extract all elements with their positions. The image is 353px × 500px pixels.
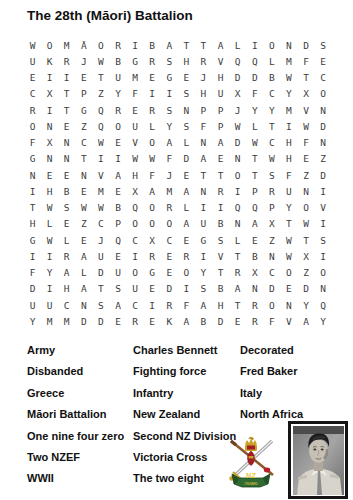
- word-list-item: One nine four zero: [27, 426, 124, 447]
- grid-cell-r2c18: E: [315, 53, 332, 69]
- grid-cell-r5c1: R: [24, 102, 41, 118]
- grid-cell-r18c1: Y: [24, 313, 41, 329]
- grid-cell-r7c17: F: [298, 135, 315, 151]
- grid-cell-r14c17: X: [298, 248, 315, 264]
- grid-cell-r10c18: I: [315, 183, 332, 199]
- grid-cell-r10c5: M: [92, 183, 109, 199]
- grid-cell-r6c14: L: [246, 118, 263, 134]
- grid-cell-r12c10: A: [178, 216, 195, 232]
- grid-cell-r15c15: C: [263, 265, 280, 281]
- crest-nz-label: NZ: [246, 471, 256, 480]
- grid-cell-r2c3: R: [58, 53, 75, 69]
- grid-cell-r13c13: L: [229, 232, 246, 248]
- grid-cell-r7c11: N: [195, 135, 212, 151]
- grid-cell-r16c16: E: [280, 281, 297, 297]
- grid-cell-r7c8: O: [144, 135, 161, 151]
- grid-cell-r3c6: U: [109, 70, 126, 86]
- grid-cell-r15c6: U: [109, 265, 126, 281]
- word-list-item: Second NZ Division: [133, 426, 236, 447]
- grid-cell-r11c6: B: [109, 200, 126, 216]
- grid-cell-r14c6: E: [109, 248, 126, 264]
- grid-cell-r14c2: I: [41, 248, 58, 264]
- grid-cell-r12c6: P: [109, 216, 126, 232]
- grid-cell-r4c7: F: [127, 86, 144, 102]
- grid-cell-r3c2: I: [41, 70, 58, 86]
- grid-cell-r8c13: N: [229, 151, 246, 167]
- grid-cell-r8c12: E: [212, 151, 229, 167]
- grid-cell-r12c1: H: [24, 216, 41, 232]
- grid-cell-r17c7: C: [127, 297, 144, 313]
- grid-cell-r4c11: H: [195, 86, 212, 102]
- grid-cell-r6c13: W: [229, 118, 246, 134]
- grid-cell-r11c9: R: [161, 200, 178, 216]
- grid-cell-r10c4: E: [75, 183, 92, 199]
- grid-cell-r6c4: Z: [75, 118, 92, 134]
- word-list-item: Army: [27, 340, 124, 361]
- word-list-item: Fred Baker: [240, 361, 303, 382]
- grid-cell-r10c13: I: [229, 183, 246, 199]
- grid-cell-r9c16: F: [280, 167, 297, 183]
- grid-cell-r1c14: I: [246, 37, 263, 53]
- grid-cell-r18c8: E: [144, 313, 161, 329]
- grid-cell-r14c15: N: [263, 248, 280, 264]
- grid-cell-r15c2: Y: [41, 265, 58, 281]
- grid-cell-r7c6: E: [109, 135, 126, 151]
- grid-cell-r3c12: H: [212, 70, 229, 86]
- grid-cell-r2c2: K: [41, 53, 58, 69]
- grid-cell-r3c5: T: [92, 70, 109, 86]
- grid-cell-r17c12: H: [212, 297, 229, 313]
- grid-cell-r13c16: W: [280, 232, 297, 248]
- grid-cell-r18c9: K: [161, 313, 178, 329]
- grid-cell-r9c18: D: [315, 167, 332, 183]
- grid-cell-r2c10: H: [178, 53, 195, 69]
- grid-cell-r13c14: E: [246, 232, 263, 248]
- grid-cell-r17c1: U: [24, 297, 41, 313]
- grid-cell-r2c12: V: [212, 53, 229, 69]
- grid-cell-r9c8: F: [144, 167, 161, 183]
- grid-cell-r6c3: E: [58, 118, 75, 134]
- grid-cell-r17c4: N: [75, 297, 92, 313]
- grid-cell-r9c7: H: [127, 167, 144, 183]
- grid-cell-r11c13: Q: [229, 200, 246, 216]
- grid-cell-r15c9: E: [161, 265, 178, 281]
- grid-cell-r15c11: Y: [195, 265, 212, 281]
- grid-cell-r17c10: F: [178, 297, 195, 313]
- grid-cell-r12c16: T: [280, 216, 297, 232]
- grid-cell-r14c10: R: [178, 248, 195, 264]
- grid-cell-r8c11: A: [195, 151, 212, 167]
- grid-cell-r16c6: S: [109, 281, 126, 297]
- word-list-item: Decorated: [240, 340, 303, 361]
- grid-cell-r11c11: I: [195, 200, 212, 216]
- grid-cell-r9c14: T: [246, 167, 263, 183]
- grid-cell-r17c5: S: [92, 297, 109, 313]
- grid-cell-r7c7: V: [127, 135, 144, 151]
- grid-cell-r15c3: A: [58, 265, 75, 281]
- grid-cell-r17c11: A: [195, 297, 212, 313]
- grid-cell-r3c17: T: [298, 70, 315, 86]
- grid-cell-r16c4: A: [75, 281, 92, 297]
- grid-cell-r4c3: T: [58, 86, 75, 102]
- grid-cell-r14c14: B: [246, 248, 263, 264]
- word-list-item: WWII: [27, 468, 124, 489]
- grid-cell-r7c5: W: [92, 135, 109, 151]
- grid-cell-r14c1: I: [24, 248, 41, 264]
- grid-cell-r4c8: I: [144, 86, 161, 102]
- grid-cell-r12c2: L: [41, 216, 58, 232]
- word-list-item: Disbanded: [27, 361, 124, 382]
- grid-cell-r3c15: B: [263, 70, 280, 86]
- grid-cell-r15c5: D: [92, 265, 109, 281]
- grid-cell-r2c17: F: [298, 53, 315, 69]
- grid-cell-r5c3: T: [58, 102, 75, 118]
- grid-cell-r8c10: D: [178, 151, 195, 167]
- grid-cell-r7c16: H: [280, 135, 297, 151]
- grid-cell-r16c2: I: [41, 281, 58, 297]
- grid-cell-r15c8: G: [144, 265, 161, 281]
- grid-cell-r5c2: I: [41, 102, 58, 118]
- grid-cell-r5c9: S: [161, 102, 178, 118]
- grid-cell-r17c18: Q: [315, 297, 332, 313]
- soldier-portrait-graphic: [293, 426, 344, 495]
- grid-cell-r9c10: E: [178, 167, 195, 183]
- grid-cell-r8c4: T: [75, 151, 92, 167]
- grid-cell-r8c9: F: [161, 151, 178, 167]
- grid-cell-r9c2: E: [41, 167, 58, 183]
- grid-cell-r4c5: Z: [92, 86, 109, 102]
- grid-cell-r11c10: L: [178, 200, 195, 216]
- grid-cell-r1c18: S: [315, 37, 332, 53]
- grid-cell-r9c15: S: [263, 167, 280, 183]
- grid-cell-r2c5: W: [92, 53, 109, 69]
- grid-cell-r16c15: D: [263, 281, 280, 297]
- nz-army-crest-graphic: NZ ONWARD: [224, 432, 278, 492]
- grid-cell-r5c12: P: [212, 102, 229, 118]
- grid-cell-r3c9: G: [161, 70, 178, 86]
- soldier-portrait-photo: [288, 421, 348, 499]
- word-list-item: Māori Battalion: [27, 404, 124, 425]
- grid-cell-r17c9: R: [161, 297, 178, 313]
- grid-cell-r18c6: E: [109, 313, 126, 329]
- grid-cell-r1c8: B: [144, 37, 161, 53]
- grid-cell-r16c17: D: [298, 281, 315, 297]
- grid-cell-r14c9: E: [161, 248, 178, 264]
- grid-cell-r1c12: A: [212, 37, 229, 53]
- grid-cell-r4c17: X: [298, 86, 315, 102]
- grid-cell-r10c9: M: [161, 183, 178, 199]
- word-search-grid: WOMĀORIBATTALIONDSUKRJWBGRSHRVQQLMFEEIIE…: [24, 37, 332, 330]
- grid-cell-r17c16: N: [280, 297, 297, 313]
- grid-cell-r14c13: T: [229, 248, 246, 264]
- grid-cell-r8c2: N: [41, 151, 58, 167]
- grid-cell-r1c2: O: [41, 37, 58, 53]
- grid-cell-r4c13: X: [229, 86, 246, 102]
- grid-cell-r6c8: L: [144, 118, 161, 134]
- grid-cell-r9c17: Z: [298, 167, 315, 183]
- grid-cell-r18c2: M: [41, 313, 58, 329]
- grid-cell-r5c13: J: [229, 102, 246, 118]
- grid-cell-r13c4: E: [75, 232, 92, 248]
- grid-cell-r8c7: W: [127, 151, 144, 167]
- grid-cell-r11c5: W: [92, 200, 109, 216]
- grid-cell-r6c6: O: [109, 118, 126, 134]
- grid-cell-r4c10: S: [178, 86, 195, 102]
- grid-cell-r5c8: R: [144, 102, 161, 118]
- grid-cell-r7c15: C: [263, 135, 280, 151]
- grid-cell-r6c2: N: [41, 118, 58, 134]
- grid-cell-r2c1: U: [24, 53, 41, 69]
- word-list-item: Fighting force: [133, 361, 236, 382]
- grid-cell-r6c17: W: [298, 118, 315, 134]
- grid-cell-r18c15: F: [263, 313, 280, 329]
- nz-army-crest-icon: NZ ONWARD: [224, 432, 278, 492]
- grid-cell-r11c18: V: [315, 200, 332, 216]
- grid-cell-r5c11: P: [195, 102, 212, 118]
- grid-cell-r18c17: A: [298, 313, 315, 329]
- grid-cell-r7c18: N: [315, 135, 332, 151]
- grid-cell-r16c14: N: [246, 281, 263, 297]
- grid-cell-r14c5: U: [92, 248, 109, 264]
- grid-cell-r9c5: V: [92, 167, 109, 183]
- grid-cell-r12c4: Z: [75, 216, 92, 232]
- word-list-item: Victoria Cross: [133, 447, 236, 468]
- grid-cell-r11c1: T: [24, 200, 41, 216]
- grid-cell-r12c5: C: [92, 216, 109, 232]
- grid-cell-r11c17: O: [298, 200, 315, 216]
- grid-cell-r11c4: W: [75, 200, 92, 216]
- grid-cell-r17c2: U: [41, 297, 58, 313]
- grid-cell-r2c14: Q: [246, 53, 263, 69]
- grid-cell-r16c9: D: [161, 281, 178, 297]
- grid-cell-r6c15: T: [263, 118, 280, 134]
- grid-cell-r16c3: H: [58, 281, 75, 297]
- grid-cell-r1c7: I: [127, 37, 144, 53]
- grid-cell-r18c16: V: [280, 313, 297, 329]
- grid-cell-r13c5: J: [92, 232, 109, 248]
- grid-cell-r4c1: C: [24, 86, 41, 102]
- grid-cell-r10c12: R: [212, 183, 229, 199]
- grid-cell-r9c6: A: [109, 167, 126, 183]
- grid-cell-r4c15: C: [263, 86, 280, 102]
- grid-cell-r14c4: A: [75, 248, 92, 264]
- grid-cell-r3c8: E: [144, 70, 161, 86]
- word-list-item: Infantry: [133, 383, 236, 404]
- grid-cell-r13c12: S: [212, 232, 229, 248]
- grid-cell-r12c15: X: [263, 216, 280, 232]
- grid-cell-r17c6: A: [109, 297, 126, 313]
- grid-cell-r18c13: E: [229, 313, 246, 329]
- grid-cell-r11c15: P: [263, 200, 280, 216]
- grid-cell-r4c12: U: [212, 86, 229, 102]
- grid-cell-r13c17: T: [298, 232, 315, 248]
- grid-cell-r13c9: C: [161, 232, 178, 248]
- grid-cell-r1c4: Ā: [75, 37, 92, 53]
- grid-cell-r1c11: T: [195, 37, 212, 53]
- word-list-column-3: DecoratedFred BakerItalyNorth Africa: [240, 340, 303, 426]
- grid-cell-r7c4: C: [75, 135, 92, 151]
- grid-cell-r13c11: G: [195, 232, 212, 248]
- grid-cell-r1c10: T: [178, 37, 195, 53]
- grid-cell-r3c18: C: [315, 70, 332, 86]
- grid-cell-r1c17: D: [298, 37, 315, 53]
- grid-cell-r7c1: F: [24, 135, 41, 151]
- grid-cell-r10c3: B: [58, 183, 75, 199]
- grid-cell-r12c3: E: [58, 216, 75, 232]
- grid-cell-r4c14: F: [246, 86, 263, 102]
- grid-cell-r4c6: Y: [109, 86, 126, 102]
- grid-cell-r16c10: I: [178, 281, 195, 297]
- grid-cell-r17c15: O: [263, 297, 280, 313]
- grid-cell-r7c12: A: [212, 135, 229, 151]
- grid-cell-r1c6: R: [109, 37, 126, 53]
- grid-cell-r11c3: S: [58, 200, 75, 216]
- grid-cell-r6c11: F: [195, 118, 212, 134]
- grid-cell-r13c15: Z: [263, 232, 280, 248]
- grid-cell-r15c16: O: [280, 265, 297, 281]
- grid-cell-r8c18: Z: [315, 151, 332, 167]
- grid-cell-r12c9: O: [161, 216, 178, 232]
- grid-cell-r11c8: O: [144, 200, 161, 216]
- grid-cell-r9c1: N: [24, 167, 41, 183]
- grid-cell-r9c12: T: [212, 167, 229, 183]
- grid-cell-r14c7: I: [127, 248, 144, 264]
- grid-cell-r5c5: Q: [92, 102, 109, 118]
- grid-cell-r2c4: J: [75, 53, 92, 69]
- grid-cell-r11c14: Q: [246, 200, 263, 216]
- grid-cell-r8c8: W: [144, 151, 161, 167]
- grid-cell-r12c11: U: [195, 216, 212, 232]
- grid-cell-r12c13: N: [229, 216, 246, 232]
- grid-cell-r8c6: I: [109, 151, 126, 167]
- grid-cell-r18c7: R: [127, 313, 144, 329]
- grid-cell-r6c10: S: [178, 118, 195, 134]
- grid-cell-r15c10: O: [178, 265, 195, 281]
- grid-cell-r16c5: T: [92, 281, 109, 297]
- grid-cell-r15c1: F: [24, 265, 41, 281]
- grid-cell-r12c12: B: [212, 216, 229, 232]
- grid-cell-r13c3: L: [58, 232, 75, 248]
- grid-cell-r1c5: O: [92, 37, 109, 53]
- grid-cell-r12c14: A: [246, 216, 263, 232]
- grid-cell-r15c18: O: [315, 265, 332, 281]
- grid-cell-r9c3: E: [58, 167, 75, 183]
- worksheet-page: { "game": "word-search", "title": "The 2…: [0, 0, 353, 500]
- grid-cell-r3c3: I: [58, 70, 75, 86]
- grid-cell-r5c17: V: [298, 102, 315, 118]
- grid-cell-r2c9: S: [161, 53, 178, 69]
- grid-cell-r4c4: P: [75, 86, 92, 102]
- grid-cell-r1c16: N: [280, 37, 297, 53]
- grid-cell-r15c17: Z: [298, 265, 315, 281]
- grid-cell-r2c11: R: [195, 53, 212, 69]
- grid-cell-r15c4: L: [75, 265, 92, 281]
- grid-cell-r10c15: R: [263, 183, 280, 199]
- grid-cell-r14c8: R: [144, 248, 161, 264]
- grid-cell-r10c14: P: [246, 183, 263, 199]
- grid-cell-r5c15: Y: [263, 102, 280, 118]
- grid-cell-r18c11: B: [195, 313, 212, 329]
- grid-cell-r6c5: Q: [92, 118, 109, 134]
- grid-cell-r12c7: O: [127, 216, 144, 232]
- grid-cell-r18c5: D: [92, 313, 109, 329]
- grid-cell-r8c15: W: [263, 151, 280, 167]
- grid-cell-r1c15: O: [263, 37, 280, 53]
- grid-cell-r5c18: N: [315, 102, 332, 118]
- grid-cell-r8c17: E: [298, 151, 315, 167]
- word-list-column-1: ArmyDisbandedGreeceMāori BattalionOne ni…: [27, 340, 124, 490]
- grid-cell-r9c11: T: [195, 167, 212, 183]
- grid-cell-r18c10: A: [178, 313, 195, 329]
- grid-cell-r18c14: R: [246, 313, 263, 329]
- grid-cell-r2c8: R: [144, 53, 161, 69]
- grid-cell-r7c3: N: [58, 135, 75, 151]
- grid-cell-r18c4: D: [75, 313, 92, 329]
- grid-cell-r9c9: J: [161, 167, 178, 183]
- grid-cell-r14c16: W: [280, 248, 297, 264]
- grid-cell-r3c16: W: [280, 70, 297, 86]
- grid-cell-r18c3: M: [58, 313, 75, 329]
- grid-cell-r12c8: O: [144, 216, 161, 232]
- grid-cell-r9c13: O: [229, 167, 246, 183]
- grid-cell-r4c9: I: [161, 86, 178, 102]
- word-list-item: New Zealand: [133, 404, 236, 425]
- grid-cell-r16c12: B: [212, 281, 229, 297]
- grid-cell-r13c18: S: [315, 232, 332, 248]
- grid-cell-r14c18: I: [315, 248, 332, 264]
- word-list-item: Greece: [27, 383, 124, 404]
- grid-cell-r13c2: W: [41, 232, 58, 248]
- grid-cell-r6c7: U: [127, 118, 144, 134]
- grid-cell-r10c16: U: [280, 183, 297, 199]
- word-list-item: The two eight: [133, 468, 236, 489]
- grid-cell-r4c2: X: [41, 86, 58, 102]
- grid-cell-r3c14: D: [246, 70, 263, 86]
- grid-cell-r17c17: Y: [298, 297, 315, 313]
- grid-cell-r3c4: E: [75, 70, 92, 86]
- grid-cell-r3c10: E: [178, 70, 195, 86]
- grid-cell-r12c17: W: [298, 216, 315, 232]
- grid-cell-r3c1: E: [24, 70, 41, 86]
- grid-cell-r6c9: Y: [161, 118, 178, 134]
- grid-cell-r16c1: D: [24, 281, 41, 297]
- grid-cell-r1c3: M: [58, 37, 75, 53]
- grid-cell-r10c7: X: [127, 183, 144, 199]
- grid-cell-r10c10: A: [178, 183, 195, 199]
- page-title: The 28th (Māori) Battalion: [27, 8, 193, 23]
- grid-cell-r7c14: W: [246, 135, 263, 151]
- grid-cell-r1c13: L: [229, 37, 246, 53]
- grid-cell-r15c13: R: [229, 265, 246, 281]
- grid-cell-r11c7: Q: [127, 200, 144, 216]
- grid-cell-r11c12: I: [212, 200, 229, 216]
- grid-cell-r14c11: I: [195, 248, 212, 264]
- grid-cell-r5c6: R: [109, 102, 126, 118]
- grid-cell-r3c13: D: [229, 70, 246, 86]
- grid-cell-r2c15: L: [263, 53, 280, 69]
- grid-cell-r3c7: M: [127, 70, 144, 86]
- grid-cell-r15c14: X: [246, 265, 263, 281]
- grid-cell-r16c8: E: [144, 281, 161, 297]
- grid-cell-r7c9: A: [161, 135, 178, 151]
- grid-cell-r8c1: G: [24, 151, 41, 167]
- word-list-item: Two NZEF: [27, 447, 124, 468]
- grid-cell-r2c16: M: [280, 53, 297, 69]
- grid-cell-r10c17: N: [298, 183, 315, 199]
- grid-cell-r13c6: Q: [109, 232, 126, 248]
- grid-cell-r5c10: N: [178, 102, 195, 118]
- grid-cell-r4c18: O: [315, 86, 332, 102]
